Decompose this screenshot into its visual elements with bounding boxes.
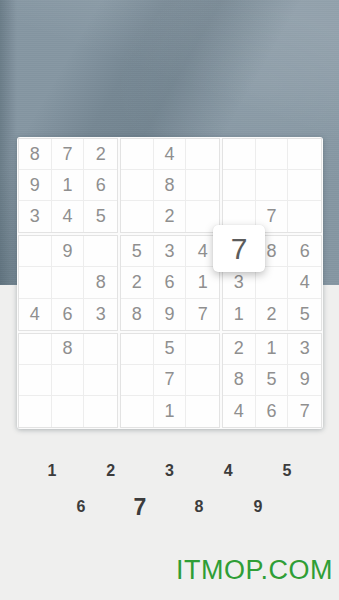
- keypad-row-2: 6789: [0, 492, 339, 522]
- keypad-button-4[interactable]: 4: [199, 456, 257, 486]
- sudoku-cell-r3c4[interactable]: [121, 201, 154, 232]
- sudoku-cell-r6c7[interactable]: 1: [223, 299, 256, 330]
- keypad-button-5[interactable]: 5: [258, 456, 316, 486]
- sudoku-cell-r5c6[interactable]: 1: [186, 267, 219, 298]
- sudoku-cell-r6c3[interactable]: 3: [84, 299, 117, 330]
- sudoku-cell-r8c5[interactable]: 7: [154, 365, 187, 396]
- keypad-button-3[interactable]: 3: [141, 456, 199, 486]
- sudoku-box-3: 7: [222, 138, 322, 233]
- sudoku-board: 8729163454827984635342618978634125857121…: [17, 137, 323, 429]
- sudoku-box-9: 213859467: [222, 333, 322, 428]
- sudoku-box-1: 872916345: [18, 138, 118, 233]
- sudoku-cell-r9c5[interactable]: 1: [154, 396, 187, 427]
- sudoku-cell-r2c2[interactable]: 1: [52, 170, 85, 201]
- sudoku-cell-r7c2[interactable]: 8: [52, 334, 85, 365]
- sudoku-cell-r1c2[interactable]: 7: [52, 139, 85, 170]
- sudoku-cell-r7c1[interactable]: [19, 334, 52, 365]
- sudoku-cell-r3c1[interactable]: 3: [19, 201, 52, 232]
- keypad-row-1: 12345: [0, 456, 339, 486]
- sudoku-board-grid: 8729163454827984635342618978634125857121…: [18, 138, 322, 428]
- sudoku-cell-r2c9[interactable]: [288, 170, 321, 201]
- sudoku-box-8: 571: [120, 333, 220, 428]
- sudoku-cell-r9c2[interactable]: [52, 396, 85, 427]
- sudoku-cell-r4c3[interactable]: [84, 236, 117, 267]
- sudoku-box-7: 8: [18, 333, 118, 428]
- sudoku-cell-r8c6[interactable]: [186, 365, 219, 396]
- sudoku-cell-r2c1[interactable]: 9: [19, 170, 52, 201]
- sudoku-cell-r7c5[interactable]: 5: [154, 334, 187, 365]
- sudoku-cell-r9c9[interactable]: 7: [288, 396, 321, 427]
- watermark-text: ITMOP.COM: [176, 555, 333, 586]
- selected-cell-popup[interactable]: 7: [213, 225, 265, 272]
- sudoku-cell-r6c6[interactable]: 7: [186, 299, 219, 330]
- sudoku-cell-r6c9[interactable]: 5: [288, 299, 321, 330]
- sudoku-cell-r7c9[interactable]: 3: [288, 334, 321, 365]
- sudoku-cell-r4c4[interactable]: 5: [121, 236, 154, 267]
- sudoku-cell-r2c5[interactable]: 8: [154, 170, 187, 201]
- sudoku-cell-r2c8[interactable]: [256, 170, 289, 201]
- sudoku-cell-r1c1[interactable]: 8: [19, 139, 52, 170]
- sudoku-cell-r2c6[interactable]: [186, 170, 219, 201]
- sudoku-cell-r3c2[interactable]: 4: [52, 201, 85, 232]
- sudoku-cell-r4c9[interactable]: 6: [288, 236, 321, 267]
- sudoku-cell-r4c2[interactable]: 9: [52, 236, 85, 267]
- sudoku-cell-r3c5[interactable]: 2: [154, 201, 187, 232]
- sudoku-cell-r9c7[interactable]: 4: [223, 396, 256, 427]
- sudoku-cell-r5c2[interactable]: [52, 267, 85, 298]
- sudoku-cell-r6c4[interactable]: 8: [121, 299, 154, 330]
- sudoku-cell-r5c1[interactable]: [19, 267, 52, 298]
- sudoku-cell-r5c3[interactable]: 8: [84, 267, 117, 298]
- sudoku-cell-r7c6[interactable]: [186, 334, 219, 365]
- sudoku-cell-r7c8[interactable]: 1: [256, 334, 289, 365]
- sudoku-cell-r4c5[interactable]: 3: [154, 236, 187, 267]
- sudoku-cell-r5c5[interactable]: 6: [154, 267, 187, 298]
- sudoku-cell-r9c6[interactable]: [186, 396, 219, 427]
- sudoku-cell-r9c1[interactable]: [19, 396, 52, 427]
- sudoku-cell-r3c3[interactable]: 5: [84, 201, 117, 232]
- sudoku-cell-r8c8[interactable]: 5: [256, 365, 289, 396]
- sudoku-cell-r1c8[interactable]: [256, 139, 289, 170]
- sudoku-cell-r5c9[interactable]: 4: [288, 267, 321, 298]
- sudoku-cell-r9c3[interactable]: [84, 396, 117, 427]
- number-keypad: 12345 6789: [0, 456, 339, 522]
- sudoku-cell-r1c9[interactable]: [288, 139, 321, 170]
- sudoku-box-2: 482: [120, 138, 220, 233]
- sudoku-cell-r8c9[interactable]: 9: [288, 365, 321, 396]
- sudoku-cell-r1c4[interactable]: [121, 139, 154, 170]
- sudoku-cell-r8c7[interactable]: 8: [223, 365, 256, 396]
- keypad-button-7[interactable]: 7: [111, 492, 169, 522]
- sudoku-cell-r8c4[interactable]: [121, 365, 154, 396]
- sudoku-cell-r1c5[interactable]: 4: [154, 139, 187, 170]
- sudoku-box-5: 534261897: [120, 235, 220, 330]
- sudoku-cell-r7c4[interactable]: [121, 334, 154, 365]
- sudoku-cell-r6c2[interactable]: 6: [52, 299, 85, 330]
- sudoku-cell-r1c7[interactable]: [223, 139, 256, 170]
- sudoku-cell-r7c7[interactable]: 2: [223, 334, 256, 365]
- sudoku-cell-r8c2[interactable]: [52, 365, 85, 396]
- sudoku-cell-r6c1[interactable]: 4: [19, 299, 52, 330]
- sudoku-cell-r7c3[interactable]: [84, 334, 117, 365]
- sudoku-cell-r5c4[interactable]: 2: [121, 267, 154, 298]
- sudoku-cell-r6c5[interactable]: 9: [154, 299, 187, 330]
- sudoku-cell-r9c4[interactable]: [121, 396, 154, 427]
- sudoku-cell-r4c1[interactable]: [19, 236, 52, 267]
- sudoku-cell-r8c3[interactable]: [84, 365, 117, 396]
- sudoku-cell-r5c8[interactable]: [256, 267, 289, 298]
- sudoku-app-screen: 8729163454827984635342618978634125857121…: [0, 0, 339, 600]
- sudoku-cell-r1c3[interactable]: 2: [84, 139, 117, 170]
- keypad-button-9[interactable]: 9: [229, 492, 287, 522]
- sudoku-cell-r1c6[interactable]: [186, 139, 219, 170]
- sudoku-cell-r6c8[interactable]: 2: [256, 299, 289, 330]
- sudoku-cell-r2c7[interactable]: [223, 170, 256, 201]
- keypad-button-8[interactable]: 8: [170, 492, 228, 522]
- sudoku-cell-r9c8[interactable]: 6: [256, 396, 289, 427]
- sudoku-cell-r8c1[interactable]: [19, 365, 52, 396]
- sudoku-box-4: 98463: [18, 235, 118, 330]
- sudoku-cell-r3c9[interactable]: [288, 201, 321, 232]
- keypad-button-1[interactable]: 1: [23, 456, 81, 486]
- sudoku-cell-r5c7[interactable]: 3: [223, 267, 256, 298]
- sudoku-cell-r2c3[interactable]: 6: [84, 170, 117, 201]
- keypad-button-6[interactable]: 6: [52, 492, 110, 522]
- keypad-button-2[interactable]: 2: [82, 456, 140, 486]
- sudoku-cell-r2c4[interactable]: [121, 170, 154, 201]
